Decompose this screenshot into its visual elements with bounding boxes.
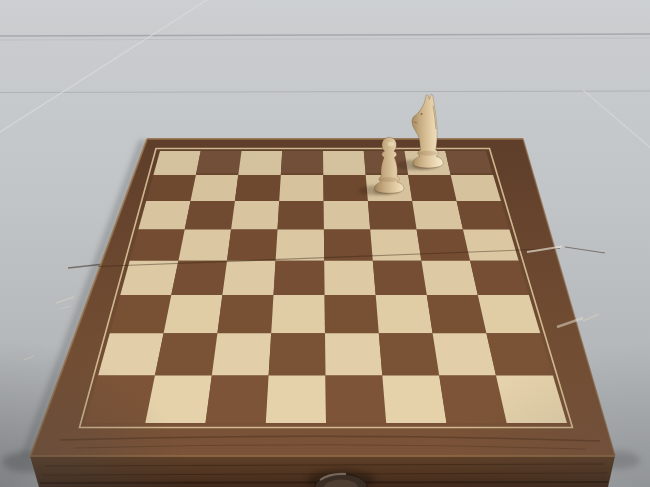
square-b6[interactable] — [185, 201, 235, 229]
square-a4[interactable] — [120, 261, 178, 295]
square-b5[interactable] — [178, 230, 231, 261]
right-diagonal-tile-seam — [583, 90, 650, 149]
square-a3[interactable] — [110, 295, 172, 333]
wall-floor-junction-line — [0, 34, 650, 36]
chess-board — [0, 0, 650, 487]
square-b7[interactable] — [191, 175, 239, 201]
square-c2[interactable] — [212, 333, 271, 375]
square-d4[interactable] — [274, 261, 325, 295]
square-h7[interactable] — [451, 175, 501, 201]
square-h4[interactable] — [470, 261, 529, 295]
left-diagonal-tile-seam — [0, 0, 207, 132]
square-d1[interactable] — [266, 376, 326, 423]
board-squares — [85, 151, 567, 423]
square-c5[interactable] — [227, 230, 278, 261]
square-a7[interactable] — [146, 175, 196, 201]
square-b2[interactable] — [155, 333, 218, 375]
square-c3[interactable] — [217, 295, 273, 333]
scene — [0, 0, 650, 487]
square-g3[interactable] — [427, 295, 487, 333]
horizontal-tile-seam — [0, 91, 650, 93]
square-d5[interactable] — [276, 230, 325, 261]
square-c6[interactable] — [231, 201, 279, 229]
square-c1[interactable] — [206, 376, 269, 423]
square-f2[interactable] — [379, 333, 439, 375]
square-g5[interactable] — [417, 230, 471, 261]
square-a5[interactable] — [130, 230, 185, 261]
square-e3[interactable] — [325, 295, 379, 333]
square-h5[interactable] — [463, 230, 519, 261]
fold-seam-crack — [565, 247, 605, 253]
square-d7[interactable] — [279, 175, 323, 201]
square-f1[interactable] — [382, 376, 446, 423]
frame-scratch-left — [60, 306, 70, 309]
square-e2[interactable] — [325, 333, 382, 375]
square-f4[interactable] — [373, 261, 427, 295]
square-g2[interactable] — [433, 333, 496, 375]
square-c7[interactable] — [235, 175, 281, 201]
square-c4[interactable] — [222, 261, 275, 295]
square-f3[interactable] — [376, 295, 433, 333]
square-e1[interactable] — [326, 376, 387, 423]
square-g4[interactable] — [421, 261, 477, 295]
square-g7[interactable] — [408, 175, 456, 201]
square-h6[interactable] — [457, 201, 510, 229]
square-f6[interactable] — [368, 201, 417, 229]
square-d2[interactable] — [269, 333, 326, 375]
square-a6[interactable] — [138, 201, 190, 229]
frame-scratch-left — [56, 297, 74, 303]
square-b3[interactable] — [164, 295, 223, 333]
square-e6[interactable] — [324, 201, 371, 229]
square-e4[interactable] — [324, 261, 376, 295]
square-d3[interactable] — [271, 295, 325, 333]
square-b4[interactable] — [171, 261, 227, 295]
junction-shadow-line — [0, 38, 650, 40]
square-b1[interactable] — [145, 376, 212, 423]
frame-scuff-right — [583, 314, 599, 321]
frame-scratch-left — [24, 356, 34, 360]
floor-tile-seams — [0, 0, 650, 149]
square-d6[interactable] — [278, 201, 324, 229]
square-g6[interactable] — [412, 201, 463, 229]
square-g1[interactable] — [439, 376, 507, 423]
